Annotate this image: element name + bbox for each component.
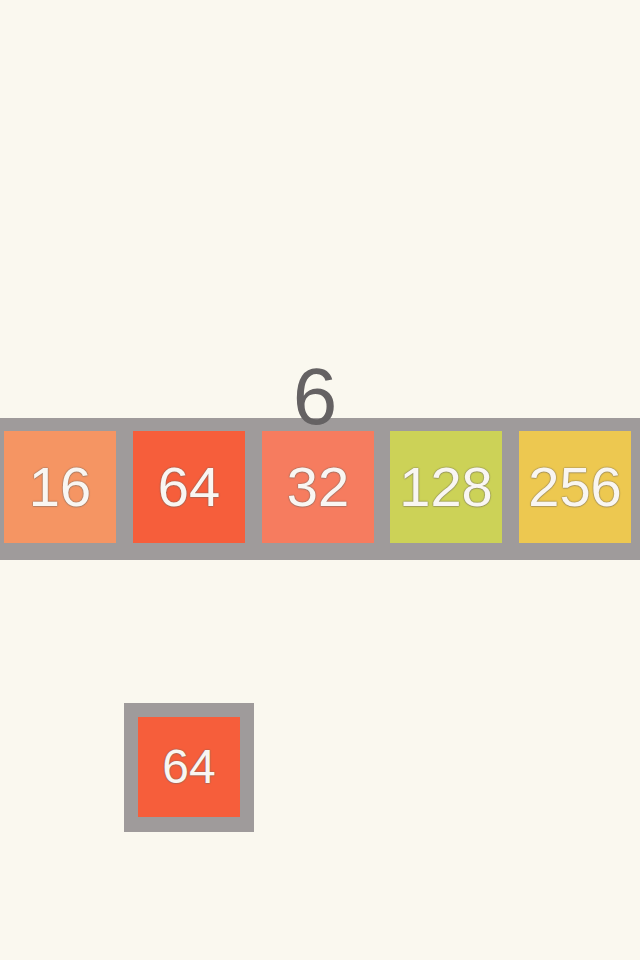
row-tile-4[interactable]: 128 xyxy=(390,431,502,543)
row-tile-1[interactable]: 16 xyxy=(4,431,116,543)
row-tile-3[interactable]: 32 xyxy=(262,431,374,543)
falling-tile-frame[interactable]: 64 xyxy=(124,703,254,832)
row-tile-5[interactable]: 256 xyxy=(519,431,631,543)
falling-tile[interactable]: 64 xyxy=(138,717,240,817)
row-tile-2[interactable]: 64 xyxy=(133,431,245,543)
drop-counter: 6 xyxy=(275,357,355,437)
game-board: 6 16 64 32 128 256 64 xyxy=(0,0,640,960)
